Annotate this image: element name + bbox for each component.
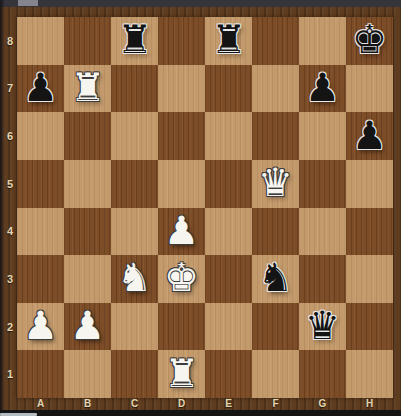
square-d4[interactable]: ♟ [158,208,205,256]
square-e1[interactable] [205,350,252,398]
square-g7[interactable]: ♟ [299,65,346,113]
square-c2[interactable] [111,303,158,351]
square-g1[interactable] [299,350,346,398]
white-rook[interactable]: ♜ [164,354,199,393]
square-h6[interactable]: ♟ [346,112,393,160]
white-king[interactable]: ♚ [164,258,199,297]
chess-board[interactable]: ♜♜♚♟♜♟♟♛♟♞♚♞♟♟♛♜ [17,17,393,398]
square-a4[interactable] [17,208,64,256]
square-f5[interactable]: ♛ [252,160,299,208]
white-rook[interactable]: ♜ [70,68,105,107]
square-c5[interactable] [111,160,158,208]
square-e4[interactable] [205,208,252,256]
square-b4[interactable] [64,208,111,256]
square-e6[interactable] [205,112,252,160]
file-label-d: D [158,397,205,410]
window-top-bar-highlight [18,0,38,6]
square-b5[interactable] [64,160,111,208]
square-c4[interactable] [111,208,158,256]
square-g8[interactable] [299,17,346,65]
white-pawn[interactable]: ♟ [23,306,58,345]
square-a3[interactable] [17,255,64,303]
file-label-h: H [346,397,393,410]
white-pawn[interactable]: ♟ [70,306,105,345]
black-pawn[interactable]: ♟ [352,116,387,155]
file-label-c: C [111,397,158,410]
square-a2[interactable]: ♟ [17,303,64,351]
square-c6[interactable] [111,112,158,160]
square-g2[interactable]: ♛ [299,303,346,351]
square-h2[interactable] [346,303,393,351]
square-h3[interactable] [346,255,393,303]
square-e3[interactable] [205,255,252,303]
white-queen[interactable]: ♛ [258,163,293,202]
file-labels: ABCDEFGH [17,397,393,410]
window-top-bar [0,0,401,7]
black-queen[interactable]: ♛ [305,306,340,345]
file-label-g: G [299,397,346,410]
rank-label-2: 2 [3,303,17,351]
rank-labels: 87654321 [3,17,17,398]
file-label-f: F [252,397,299,410]
bottom-strip [0,410,401,416]
rank-label-4: 4 [3,208,17,256]
square-c1[interactable] [111,350,158,398]
square-b6[interactable] [64,112,111,160]
white-pawn[interactable]: ♟ [164,211,199,250]
square-h7[interactable] [346,65,393,113]
square-f2[interactable] [252,303,299,351]
square-e2[interactable] [205,303,252,351]
window-left-edge-shadow [0,0,4,410]
square-c7[interactable] [111,65,158,113]
black-pawn[interactable]: ♟ [305,68,340,107]
file-label-a: A [17,397,64,410]
square-d8[interactable] [158,17,205,65]
square-g3[interactable] [299,255,346,303]
rank-label-6: 6 [3,112,17,160]
white-knight[interactable]: ♞ [117,258,152,297]
black-knight[interactable]: ♞ [258,258,293,297]
square-b1[interactable] [64,350,111,398]
square-a7[interactable]: ♟ [17,65,64,113]
square-a6[interactable] [17,112,64,160]
rank-label-8: 8 [3,17,17,65]
rank-label-7: 7 [3,65,17,113]
square-h8[interactable]: ♚ [346,17,393,65]
square-d5[interactable] [158,160,205,208]
square-d1[interactable]: ♜ [158,350,205,398]
square-f3[interactable]: ♞ [252,255,299,303]
square-h5[interactable] [346,160,393,208]
square-f4[interactable] [252,208,299,256]
file-label-e: E [205,397,252,410]
square-a5[interactable] [17,160,64,208]
square-a8[interactable] [17,17,64,65]
square-a1[interactable] [17,350,64,398]
square-g6[interactable] [299,112,346,160]
black-pawn[interactable]: ♟ [23,68,58,107]
rank-label-1: 1 [3,350,17,398]
chess-app-window: 87654321 ♜♜♚♟♜♟♟♛♟♞♚♞♟♟♛♜ ABCDEFGH [0,0,401,416]
square-f1[interactable] [252,350,299,398]
square-h1[interactable] [346,350,393,398]
black-king[interactable]: ♚ [352,20,387,59]
square-d3[interactable]: ♚ [158,255,205,303]
square-b2[interactable]: ♟ [64,303,111,351]
square-e8[interactable]: ♜ [205,17,252,65]
black-rook[interactable]: ♜ [117,20,152,59]
square-e5[interactable] [205,160,252,208]
black-rook[interactable]: ♜ [211,20,246,59]
square-b3[interactable] [64,255,111,303]
square-b8[interactable] [64,17,111,65]
file-label-b: B [64,397,111,410]
square-c3[interactable]: ♞ [111,255,158,303]
square-d7[interactable] [158,65,205,113]
square-c8[interactable]: ♜ [111,17,158,65]
square-d6[interactable] [158,112,205,160]
square-f8[interactable] [252,17,299,65]
square-g4[interactable] [299,208,346,256]
square-f6[interactable] [252,112,299,160]
square-e7[interactable] [205,65,252,113]
square-d2[interactable] [158,303,205,351]
square-h4[interactable] [346,208,393,256]
square-g5[interactable] [299,160,346,208]
square-f7[interactable] [252,65,299,113]
rank-label-3: 3 [3,255,17,303]
rank-label-5: 5 [3,160,17,208]
square-b7[interactable]: ♜ [64,65,111,113]
